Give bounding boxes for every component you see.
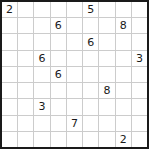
cell-r2c6[interactable]	[83, 18, 98, 33]
cell-r1c7[interactable]	[99, 2, 114, 17]
cell-r5c4[interactable]: 6	[51, 67, 66, 82]
cell-r3c4[interactable]	[51, 34, 66, 49]
cell-r8c1[interactable]	[2, 116, 17, 131]
cell-r4c6[interactable]	[83, 51, 98, 66]
cell-r3c1[interactable]	[2, 34, 17, 49]
cell-r2c7[interactable]	[99, 18, 114, 33]
cell-r9c4[interactable]	[51, 132, 66, 147]
cell-r2c4[interactable]: 6	[51, 18, 66, 33]
cell-r6c1[interactable]	[2, 83, 17, 98]
cell-r3c9[interactable]	[132, 34, 147, 49]
cell-r9c9[interactable]	[132, 132, 147, 147]
cell-r7c6[interactable]	[83, 99, 98, 114]
cell-r2c8[interactable]: 8	[116, 18, 131, 33]
cell-r7c4[interactable]	[51, 99, 66, 114]
cell-r9c2[interactable]	[18, 132, 33, 147]
cell-r7c1[interactable]	[2, 99, 17, 114]
cell-r4c4[interactable]	[51, 51, 66, 66]
cell-r6c5[interactable]	[67, 83, 82, 98]
cell-r7c9[interactable]	[132, 99, 147, 114]
cell-r6c8[interactable]	[116, 83, 131, 98]
cell-r8c3[interactable]	[34, 116, 49, 131]
cell-r6c9[interactable]	[132, 83, 147, 98]
cell-r1c3[interactable]	[34, 2, 49, 17]
cell-r9c1[interactable]	[2, 132, 17, 147]
cell-r4c2[interactable]	[18, 51, 33, 66]
cell-r2c9[interactable]	[132, 18, 147, 33]
cell-r2c5[interactable]	[67, 18, 82, 33]
cell-r6c4[interactable]	[51, 83, 66, 98]
cell-r3c5[interactable]	[67, 34, 82, 49]
cell-r1c2[interactable]	[18, 2, 33, 17]
cell-r5c8[interactable]	[116, 67, 131, 82]
cell-r4c3[interactable]: 6	[34, 51, 49, 66]
cell-r9c7[interactable]	[99, 132, 114, 147]
cell-r1c6[interactable]: 5	[83, 2, 98, 17]
cell-r6c2[interactable]	[18, 83, 33, 98]
cell-r5c6[interactable]	[83, 67, 98, 82]
cell-r3c2[interactable]	[18, 34, 33, 49]
cell-r9c8[interactable]: 2	[116, 132, 131, 147]
cell-r5c2[interactable]	[18, 67, 33, 82]
puzzle-board: 256866368372	[0, 0, 149, 149]
cell-r4c5[interactable]	[67, 51, 82, 66]
cell-r9c5[interactable]	[67, 132, 82, 147]
cell-r3c7[interactable]	[99, 34, 114, 49]
cell-r3c3[interactable]	[34, 34, 49, 49]
cell-r1c5[interactable]	[67, 2, 82, 17]
cell-r7c5[interactable]	[67, 99, 82, 114]
cell-r4c1[interactable]	[2, 51, 17, 66]
cell-r6c3[interactable]	[34, 83, 49, 98]
cell-r9c6[interactable]	[83, 132, 98, 147]
cell-r1c8[interactable]	[116, 2, 131, 17]
cell-r7c2[interactable]	[18, 99, 33, 114]
cell-r3c6[interactable]: 6	[83, 34, 98, 49]
cell-r5c1[interactable]	[2, 67, 17, 82]
cell-r1c9[interactable]	[132, 2, 147, 17]
cell-r8c6[interactable]	[83, 116, 98, 131]
cell-r2c2[interactable]	[18, 18, 33, 33]
cell-r6c7[interactable]: 8	[99, 83, 114, 98]
cell-r8c5[interactable]: 7	[67, 116, 82, 131]
cell-r8c9[interactable]	[132, 116, 147, 131]
cell-r8c7[interactable]	[99, 116, 114, 131]
cell-r7c7[interactable]	[99, 99, 114, 114]
cell-r9c3[interactable]	[34, 132, 49, 147]
cell-r4c7[interactable]	[99, 51, 114, 66]
cell-r1c1[interactable]: 2	[2, 2, 17, 17]
cell-r4c8[interactable]	[116, 51, 131, 66]
cell-r7c8[interactable]	[116, 99, 131, 114]
cell-r8c8[interactable]	[116, 116, 131, 131]
cell-r5c7[interactable]	[99, 67, 114, 82]
cell-r3c8[interactable]	[116, 34, 131, 49]
cell-r7c3[interactable]: 3	[34, 99, 49, 114]
cell-r2c3[interactable]	[34, 18, 49, 33]
cell-r5c9[interactable]	[132, 67, 147, 82]
cell-r6c6[interactable]	[83, 83, 98, 98]
cell-r5c3[interactable]	[34, 67, 49, 82]
cell-r4c9[interactable]: 3	[132, 51, 147, 66]
cell-r2c1[interactable]	[2, 18, 17, 33]
cell-r8c4[interactable]	[51, 116, 66, 131]
cell-r8c2[interactable]	[18, 116, 33, 131]
cell-r5c5[interactable]	[67, 67, 82, 82]
cell-r1c4[interactable]	[51, 2, 66, 17]
